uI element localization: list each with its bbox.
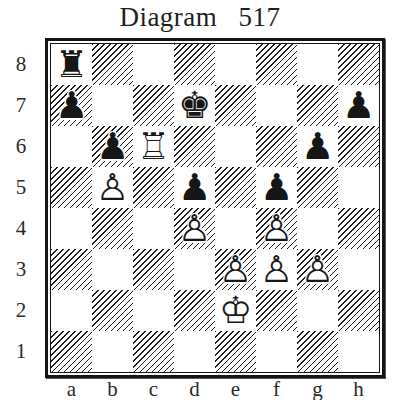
file-label-e: e [215,378,256,400]
square-b7 [92,85,133,126]
rank-label-7: 7 [4,85,38,126]
white-pawn-icon: ♙ [174,208,215,249]
rank-label-2: 2 [4,290,38,331]
file-label-c: c [133,378,174,400]
square-b8 [92,44,133,85]
square-b5: ♟♙ [92,167,133,208]
square-h1 [338,331,379,372]
square-b2 [92,290,133,331]
rank-label-5: 5 [4,167,38,208]
square-d8 [174,44,215,85]
square-e8 [215,44,256,85]
piece-white-rook-c6: ♜♖ [133,126,174,167]
square-c3 [133,249,174,290]
black-pawn-icon: ♟ [174,167,215,208]
square-h4 [338,208,379,249]
square-e1 [215,331,256,372]
file-label-d: d [174,378,215,400]
square-b3 [92,249,133,290]
square-d2 [174,290,215,331]
square-f3: ♟♙ [256,249,297,290]
piece-white-pawn-f3: ♟♙ [256,249,297,290]
square-g4 [297,208,338,249]
square-g1 [297,331,338,372]
square-a3 [51,249,92,290]
piece-white-pawn-d4: ♟♙ [174,208,215,249]
white-pawn-icon: ♙ [215,249,256,290]
square-c6: ♜♖ [133,126,174,167]
rank-label-6: 6 [4,126,38,167]
square-d6 [174,126,215,167]
file-label-b: b [92,378,133,400]
square-e7 [215,85,256,126]
square-b4 [92,208,133,249]
square-e3: ♟♙ [215,249,256,290]
piece-black-pawn-g6: ♟ [297,126,338,167]
square-d7: ♚ [174,85,215,126]
square-f4: ♟♙ [256,208,297,249]
piece-black-pawn-f5: ♟ [256,167,297,208]
square-f5: ♟ [256,167,297,208]
black-pawn-icon: ♟ [297,126,338,167]
board-grid: ♜♟♚♟♟♜♖♟♟♙♟♟♟♙♟♙♟♙♟♙♟♙♚♔ [51,44,379,372]
file-label-g: g [297,378,338,400]
square-c2 [133,290,174,331]
square-a2 [51,290,92,331]
piece-black-pawn-a7: ♟ [51,85,92,126]
square-c8 [133,44,174,85]
file-label-f: f [256,378,297,400]
piece-white-king-e2: ♚♔ [215,290,256,331]
white-king-icon: ♔ [215,290,256,331]
piece-black-pawn-h7: ♟ [338,85,379,126]
chess-board: ♜♟♚♟♟♜♖♟♟♙♟♟♟♙♟♙♟♙♟♙♟♙♚♔ [45,38,385,378]
diagram-title: Diagram 517 [0,2,400,34]
square-a5 [51,167,92,208]
white-rook-icon: ♖ [133,126,174,167]
square-e4 [215,208,256,249]
square-h3 [338,249,379,290]
square-h8 [338,44,379,85]
square-a1 [51,331,92,372]
file-labels: abcdefgh [51,378,379,400]
black-rook-icon: ♜ [51,44,92,85]
square-d3 [174,249,215,290]
square-f1 [256,331,297,372]
piece-black-pawn-b6: ♟ [92,126,133,167]
black-king-icon: ♚ [174,85,215,126]
piece-white-pawn-f4: ♟♙ [256,208,297,249]
rank-label-1: 1 [4,331,38,372]
file-label-h: h [338,378,379,400]
white-pawn-icon: ♙ [256,208,297,249]
square-c4 [133,208,174,249]
black-pawn-icon: ♟ [51,85,92,126]
white-pawn-icon: ♙ [92,167,133,208]
square-g7 [297,85,338,126]
square-a6 [51,126,92,167]
rank-labels: 87654321 [4,44,38,372]
square-d1 [174,331,215,372]
square-c1 [133,331,174,372]
white-pawn-icon: ♙ [297,249,338,290]
rank-label-3: 3 [4,249,38,290]
square-f8 [256,44,297,85]
square-e6 [215,126,256,167]
square-b1 [92,331,133,372]
square-e2: ♚♔ [215,290,256,331]
square-a4 [51,208,92,249]
square-b6: ♟ [92,126,133,167]
square-f6 [256,126,297,167]
square-h7: ♟ [338,85,379,126]
square-d5: ♟ [174,167,215,208]
square-g2 [297,290,338,331]
square-a8: ♜ [51,44,92,85]
square-h6 [338,126,379,167]
square-c5 [133,167,174,208]
square-g3: ♟♙ [297,249,338,290]
piece-white-pawn-e3: ♟♙ [215,249,256,290]
white-pawn-icon: ♙ [256,249,297,290]
board-inner-frame: ♜♟♚♟♟♜♖♟♟♙♟♟♟♙♟♙♟♙♟♙♟♙♚♔ [50,43,380,373]
rank-label-4: 4 [4,208,38,249]
piece-black-pawn-d5: ♟ [174,167,215,208]
square-h2 [338,290,379,331]
piece-white-pawn-g3: ♟♙ [297,249,338,290]
piece-black-king-d7: ♚ [174,85,215,126]
square-d4: ♟♙ [174,208,215,249]
square-h5 [338,167,379,208]
square-a7: ♟ [51,85,92,126]
square-g8 [297,44,338,85]
file-label-a: a [51,378,92,400]
black-pawn-icon: ♟ [256,167,297,208]
square-f2 [256,290,297,331]
square-g6: ♟ [297,126,338,167]
black-pawn-icon: ♟ [92,126,133,167]
rank-label-8: 8 [4,44,38,85]
square-f7 [256,85,297,126]
square-g5 [297,167,338,208]
piece-black-rook-a8: ♜ [51,44,92,85]
square-c7 [133,85,174,126]
black-pawn-icon: ♟ [338,85,379,126]
square-e5 [215,167,256,208]
piece-white-pawn-b5: ♟♙ [92,167,133,208]
